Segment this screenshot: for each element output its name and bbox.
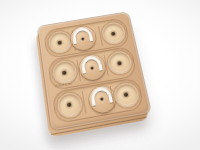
treat-recess <box>57 92 82 117</box>
treat-hole <box>124 93 129 98</box>
treat-hole <box>57 40 61 44</box>
treat-hole <box>62 70 67 75</box>
cell-r2c3 <box>103 47 136 80</box>
treat-recess <box>48 31 71 54</box>
board-face: zoolino <box>38 12 151 130</box>
product-photo-background: zoolino <box>0 0 200 150</box>
treat-recess <box>113 83 139 108</box>
white-arch-handle-icon[interactable] <box>80 55 102 74</box>
treat-recess <box>107 52 132 75</box>
slider-disc[interactable] <box>78 54 107 82</box>
treat-hole <box>117 61 122 65</box>
treat-hole <box>67 103 72 108</box>
white-arch-handle-icon[interactable] <box>71 27 93 45</box>
slider-tracks <box>44 18 143 123</box>
cell-r1c3 <box>97 18 129 49</box>
cell-r3c3 <box>109 78 143 113</box>
treat-recess <box>101 22 125 44</box>
puzzle-board: zoolino <box>38 12 151 130</box>
treat-hole <box>111 31 116 35</box>
